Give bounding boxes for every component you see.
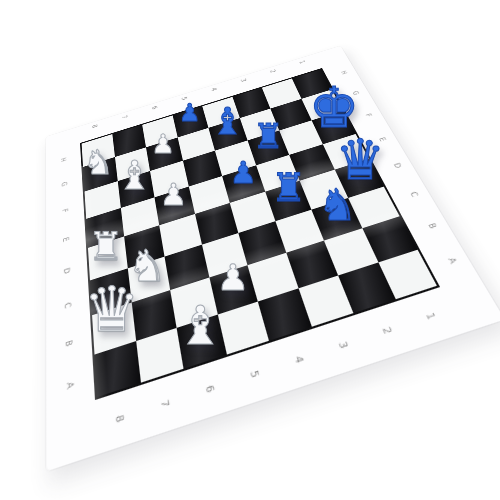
chess-set-product-photo: 8877665544332211HHGGFFEEDDCCBBAA ♛♜♞♞♝♝♟… bbox=[0, 0, 500, 500]
chess-board-plane: 8877665544332211HHGGFFEEDDCCBBAA bbox=[80, 68, 440, 400]
